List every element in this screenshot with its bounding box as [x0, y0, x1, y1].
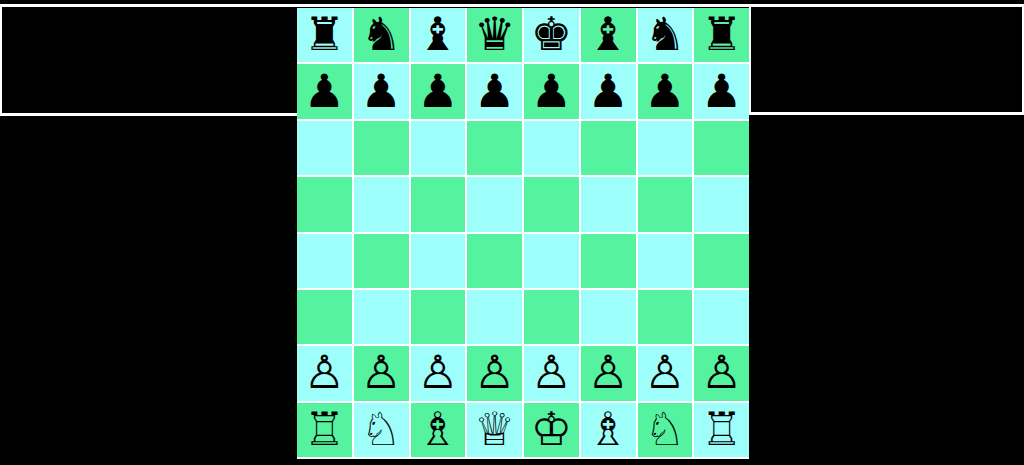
square-e6[interactable] [524, 121, 579, 175]
square-b7[interactable]: ♟ [354, 64, 409, 118]
square-d5[interactable] [467, 177, 522, 231]
piece-black-rook[interactable]: ♜ [701, 11, 742, 57]
piece-white-bishop[interactable]: ♗ [417, 406, 458, 452]
square-f6[interactable] [581, 121, 636, 175]
piece-white-pawn[interactable]: ♙ [474, 349, 515, 395]
piece-white-pawn[interactable]: ♙ [304, 349, 345, 395]
square-b8[interactable]: ♞ [354, 8, 409, 62]
piece-white-bishop[interactable]: ♗ [588, 406, 629, 452]
piece-white-pawn[interactable]: ♙ [644, 349, 685, 395]
square-h7[interactable]: ♟ [694, 64, 749, 118]
piece-white-pawn[interactable]: ♙ [588, 349, 629, 395]
square-g7[interactable]: ♟ [638, 64, 693, 118]
square-g3[interactable] [638, 290, 693, 344]
square-b3[interactable] [354, 290, 409, 344]
piece-black-pawn[interactable]: ♟ [531, 68, 572, 114]
square-h1[interactable]: ♖ [694, 403, 749, 457]
square-h5[interactable] [694, 177, 749, 231]
square-h2[interactable]: ♙ [694, 346, 749, 400]
square-h6[interactable] [694, 121, 749, 175]
piece-black-knight[interactable]: ♞ [644, 11, 685, 57]
square-f2[interactable]: ♙ [581, 346, 636, 400]
piece-black-pawn[interactable]: ♟ [474, 68, 515, 114]
separator-board-right-edge [749, 4, 751, 115]
square-a7[interactable]: ♟ [297, 64, 352, 118]
square-h8[interactable]: ♜ [694, 8, 749, 62]
square-c7[interactable]: ♟ [411, 64, 466, 118]
square-d3[interactable] [467, 290, 522, 344]
piece-white-knight[interactable]: ♘ [361, 406, 402, 452]
square-e7[interactable]: ♟ [524, 64, 579, 118]
piece-black-pawn[interactable]: ♟ [417, 68, 458, 114]
square-a4[interactable] [297, 234, 352, 288]
square-e2[interactable]: ♙ [524, 346, 579, 400]
square-a1[interactable]: ♖ [297, 403, 352, 457]
square-f4[interactable] [581, 234, 636, 288]
square-d7[interactable]: ♟ [467, 64, 522, 118]
square-h3[interactable] [694, 290, 749, 344]
piece-black-bishop[interactable]: ♝ [588, 11, 629, 57]
square-e5[interactable] [524, 177, 579, 231]
square-g1[interactable]: ♘ [638, 403, 693, 457]
piece-white-queen[interactable]: ♕ [474, 406, 515, 452]
square-a5[interactable] [297, 177, 352, 231]
piece-white-pawn[interactable]: ♙ [531, 349, 572, 395]
square-d8[interactable]: ♛ [467, 8, 522, 62]
square-d1[interactable]: ♕ [467, 403, 522, 457]
square-a8[interactable]: ♜ [297, 8, 352, 62]
piece-black-pawn[interactable]: ♟ [644, 68, 685, 114]
separator-right-middle [749, 112, 1024, 115]
chess-board: ♜♞♝♛♚♝♞♜♟♟♟♟♟♟♟♟♙♙♙♙♙♙♙♙♖♘♗♕♔♗♘♖ [297, 8, 749, 459]
square-g8[interactable]: ♞ [638, 8, 693, 62]
square-c3[interactable] [411, 290, 466, 344]
square-a2[interactable]: ♙ [297, 346, 352, 400]
piece-black-pawn[interactable]: ♟ [361, 68, 402, 114]
square-g2[interactable]: ♙ [638, 346, 693, 400]
piece-black-king[interactable]: ♚ [531, 11, 572, 57]
square-e8[interactable]: ♚ [524, 8, 579, 62]
square-e4[interactable] [524, 234, 579, 288]
piece-black-rook[interactable]: ♜ [304, 11, 345, 57]
square-c5[interactable] [411, 177, 466, 231]
square-f8[interactable]: ♝ [581, 8, 636, 62]
square-a6[interactable] [297, 121, 352, 175]
piece-white-rook[interactable]: ♖ [304, 406, 345, 452]
square-e1[interactable]: ♔ [524, 403, 579, 457]
piece-black-pawn[interactable]: ♟ [588, 68, 629, 114]
app-background: ♜♞♝♛♚♝♞♜♟♟♟♟♟♟♟♟♙♙♙♙♙♙♙♙♖♘♗♕♔♗♘♖ [0, 0, 1024, 465]
square-c1[interactable]: ♗ [411, 403, 466, 457]
square-d2[interactable]: ♙ [467, 346, 522, 400]
square-f7[interactable]: ♟ [581, 64, 636, 118]
piece-black-pawn[interactable]: ♟ [304, 68, 345, 114]
separator-left-middle [0, 113, 297, 116]
square-b2[interactable]: ♙ [354, 346, 409, 400]
square-c6[interactable] [411, 121, 466, 175]
piece-black-queen[interactable]: ♛ [474, 11, 515, 57]
square-h4[interactable] [694, 234, 749, 288]
square-d6[interactable] [467, 121, 522, 175]
square-b1[interactable]: ♘ [354, 403, 409, 457]
square-g5[interactable] [638, 177, 693, 231]
square-f3[interactable] [581, 290, 636, 344]
piece-white-pawn[interactable]: ♙ [361, 349, 402, 395]
separator-left-edge [0, 4, 2, 116]
square-f1[interactable]: ♗ [581, 403, 636, 457]
piece-white-king[interactable]: ♔ [531, 406, 572, 452]
square-c2[interactable]: ♙ [411, 346, 466, 400]
piece-white-pawn[interactable]: ♙ [417, 349, 458, 395]
square-b6[interactable] [354, 121, 409, 175]
piece-black-bishop[interactable]: ♝ [417, 11, 458, 57]
square-d4[interactable] [467, 234, 522, 288]
square-e3[interactable] [524, 290, 579, 344]
piece-white-knight[interactable]: ♘ [644, 406, 685, 452]
piece-black-pawn[interactable]: ♟ [701, 68, 742, 114]
piece-white-rook[interactable]: ♖ [701, 406, 742, 452]
piece-white-pawn[interactable]: ♙ [701, 349, 742, 395]
square-g6[interactable] [638, 121, 693, 175]
square-a3[interactable] [297, 290, 352, 344]
square-c8[interactable]: ♝ [411, 8, 466, 62]
square-c4[interactable] [411, 234, 466, 288]
separator-top [0, 4, 1024, 7]
piece-black-knight[interactable]: ♞ [361, 11, 402, 57]
square-g4[interactable] [638, 234, 693, 288]
square-b4[interactable] [354, 234, 409, 288]
square-b5[interactable] [354, 177, 409, 231]
square-f5[interactable] [581, 177, 636, 231]
